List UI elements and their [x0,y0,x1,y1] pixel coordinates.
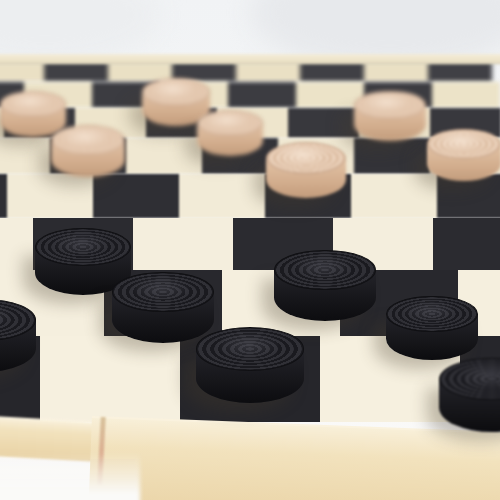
checkers-board [0,0,500,500]
piece-top-rings [142,78,210,105]
pieces-layer [0,0,500,500]
piece-top-rings [266,142,346,174]
piece-top-rings [354,91,426,120]
piece-top-rings [196,327,304,370]
piece-top-rings [112,272,214,313]
piece-top-rings [51,125,125,155]
piece-top-rings [386,296,478,333]
piece-black-r8c5[interactable] [196,327,304,403]
piece-wood-r4c5[interactable] [197,110,263,156]
piece-wood-r4c3[interactable] [51,125,125,177]
piece-top-rings [0,91,66,117]
piece-black-r7c2[interactable] [0,299,36,372]
piece-top-rings [427,129,500,159]
piece-wood-r4c7[interactable] [354,91,426,141]
piece-wood-r5c6[interactable] [266,142,346,198]
piece-wood-r5c8[interactable] [427,129,500,181]
piece-black-r7c6[interactable] [386,296,478,360]
piece-top-rings [35,228,131,266]
piece-black-r6c5[interactable] [274,250,376,321]
checkers-photo-scene [0,0,500,500]
piece-black-r8c7[interactable] [439,358,500,432]
piece-top-rings [274,250,376,291]
piece-top-rings [197,110,263,136]
